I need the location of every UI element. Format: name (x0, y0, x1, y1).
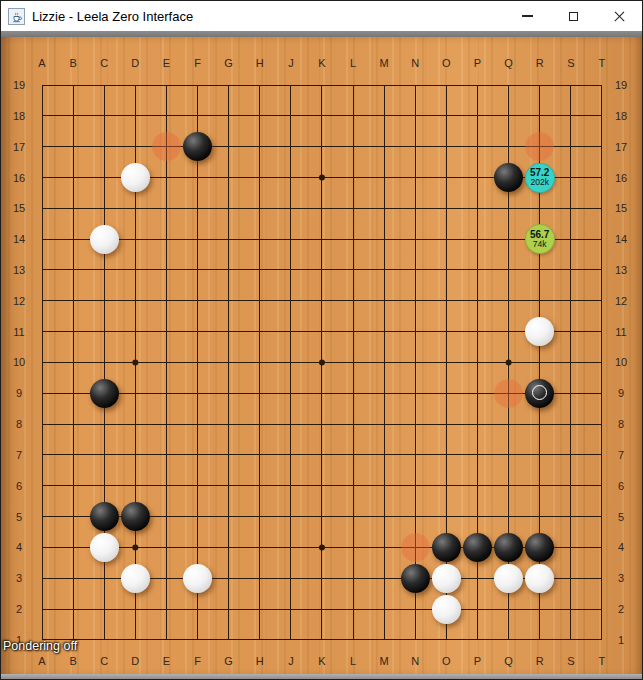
black-stone-Q16 (494, 163, 523, 192)
column-label-bottom-K: K (312, 655, 332, 667)
window-bottom-strip (1, 674, 642, 679)
column-label-bottom-G: G (219, 655, 239, 667)
row-label-right-19: 19 (609, 79, 633, 91)
row-label-left-19: 19 (7, 79, 31, 91)
row-label-right-14: 14 (609, 233, 633, 245)
column-label-top-N: N (405, 57, 425, 69)
faded-suggestion-E17 (152, 132, 181, 161)
star-point-K16 (319, 174, 325, 180)
row-label-left-16: 16 (7, 172, 31, 184)
row-label-right-15: 15 (609, 202, 633, 214)
row-label-right-11: 11 (609, 326, 633, 338)
black-stone-R9 (525, 379, 554, 408)
white-stone-C4 (90, 533, 119, 562)
column-label-top-K: K (312, 57, 332, 69)
column-label-bottom-F: F (188, 655, 208, 667)
column-label-top-D: D (125, 57, 145, 69)
row-label-right-10: 10 (609, 356, 633, 368)
column-label-bottom-Q: Q (499, 655, 519, 667)
column-label-bottom-B: B (63, 655, 83, 667)
star-point-K4 (319, 544, 325, 550)
star-point-Q10 (506, 359, 512, 365)
row-label-left-9: 9 (7, 387, 31, 399)
column-label-bottom-O: O (436, 655, 456, 667)
row-label-right-3: 3 (609, 572, 633, 584)
white-stone-Q3 (494, 564, 523, 593)
column-label-top-T: T (592, 57, 612, 69)
row-label-left-2: 2 (7, 603, 31, 615)
row-label-right-8: 8 (609, 418, 633, 430)
column-label-bottom-H: H (250, 655, 270, 667)
column-label-top-Q: Q (499, 57, 519, 69)
column-label-top-R: R (530, 57, 550, 69)
title-bar: Lizzie - Leela Zero Interface (1, 1, 642, 31)
white-stone-R3 (525, 564, 554, 593)
column-label-top-M: M (374, 57, 394, 69)
row-label-left-10: 10 (7, 356, 31, 368)
row-label-left-4: 4 (7, 541, 31, 553)
row-label-right-13: 13 (609, 264, 633, 276)
white-stone-D16 (121, 163, 150, 192)
row-label-left-6: 6 (7, 480, 31, 492)
faded-suggestion-Q9 (494, 379, 523, 408)
column-label-top-S: S (561, 57, 581, 69)
column-label-bottom-A: A (32, 655, 52, 667)
column-label-top-P: P (468, 57, 488, 69)
row-label-right-5: 5 (609, 511, 633, 523)
column-label-top-A: A (32, 57, 52, 69)
black-stone-P4 (463, 533, 492, 562)
row-label-right-9: 9 (609, 387, 633, 399)
app-window: Lizzie - Leela Zero Interface AABBCCDDEE… (0, 0, 643, 680)
star-point-D10 (132, 359, 138, 365)
column-label-bottom-E: E (156, 655, 176, 667)
row-label-right-1: 1 (609, 634, 633, 646)
row-label-right-17: 17 (609, 141, 633, 153)
window-title: Lizzie - Leela Zero Interface (32, 9, 193, 24)
column-label-bottom-C: C (94, 655, 114, 667)
suggested-move-R16[interactable]: 57.2202k (525, 163, 555, 193)
row-label-right-6: 6 (609, 480, 633, 492)
black-stone-C5 (90, 502, 119, 531)
suggested-move-R14[interactable]: 56.774k (525, 224, 555, 254)
row-label-right-16: 16 (609, 172, 633, 184)
column-label-top-F: F (188, 57, 208, 69)
pondering-status: Pondering off (3, 639, 77, 653)
minimize-icon (522, 15, 533, 16)
column-label-bottom-L: L (343, 655, 363, 667)
faded-suggestion-N4 (401, 533, 430, 562)
star-point-D4 (132, 544, 138, 550)
row-label-right-12: 12 (609, 295, 633, 307)
column-label-top-O: O (436, 57, 456, 69)
column-label-top-G: G (219, 57, 239, 69)
row-label-left-3: 3 (7, 572, 31, 584)
white-stone-D3 (121, 564, 150, 593)
row-label-left-8: 8 (7, 418, 31, 430)
star-point-K10 (319, 359, 325, 365)
row-label-right-4: 4 (609, 541, 633, 553)
black-stone-R4 (525, 533, 554, 562)
row-label-left-17: 17 (7, 141, 31, 153)
row-label-right-18: 18 (609, 110, 633, 122)
white-stone-O3 (432, 564, 461, 593)
row-label-left-7: 7 (7, 449, 31, 461)
black-stone-Q4 (494, 533, 523, 562)
close-icon (613, 10, 626, 23)
column-label-bottom-T: T (592, 655, 612, 667)
black-stone-D5 (121, 502, 150, 531)
black-stone-O4 (432, 533, 461, 562)
black-stone-C9 (90, 379, 119, 408)
row-label-left-11: 11 (7, 326, 31, 338)
suggestion-visits: 74k (533, 240, 547, 249)
goban[interactable]: AABBCCDDEEFFGGHHJJKKLLMMNNOOPPQQRRSSTT19… (1, 31, 642, 679)
column-label-top-B: B (63, 57, 83, 69)
column-label-top-E: E (156, 57, 176, 69)
white-stone-F3 (183, 564, 212, 593)
window-controls (504, 1, 642, 31)
row-label-right-7: 7 (609, 449, 633, 461)
row-label-left-5: 5 (7, 511, 31, 523)
suggestion-visits: 202k (530, 178, 548, 187)
white-stone-O2 (432, 595, 461, 624)
black-stone-N3 (401, 564, 430, 593)
black-stone-F17 (183, 132, 212, 161)
column-label-bottom-N: N (405, 655, 425, 667)
column-label-bottom-J: J (281, 655, 301, 667)
row-label-right-2: 2 (609, 603, 633, 615)
row-label-left-12: 12 (7, 295, 31, 307)
column-label-bottom-M: M (374, 655, 394, 667)
column-label-bottom-S: S (561, 655, 581, 667)
last-move-marker (532, 385, 547, 400)
close-button[interactable] (596, 1, 642, 31)
row-label-left-15: 15 (7, 202, 31, 214)
column-label-bottom-R: R (530, 655, 550, 667)
column-label-bottom-P: P (468, 655, 488, 667)
column-label-top-C: C (94, 57, 114, 69)
maximize-button[interactable] (550, 1, 596, 31)
minimize-button[interactable] (504, 1, 550, 31)
column-label-top-L: L (343, 57, 363, 69)
white-stone-C14 (90, 225, 119, 254)
row-label-left-18: 18 (7, 110, 31, 122)
row-label-left-14: 14 (7, 233, 31, 245)
maximize-icon (569, 12, 578, 21)
column-label-top-J: J (281, 57, 301, 69)
column-label-top-H: H (250, 57, 270, 69)
row-label-left-13: 13 (7, 264, 31, 276)
java-coffee-cup-icon (8, 8, 25, 25)
column-label-bottom-D: D (125, 655, 145, 667)
